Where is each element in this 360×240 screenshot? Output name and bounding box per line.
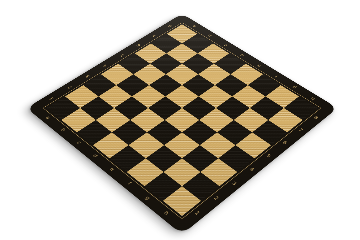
chess-board: abcdefgh abcdefgh 87654321 87654321	[26, 14, 337, 235]
photo-frame: abcdefgh abcdefgh 87654321 87654321	[0, 0, 360, 240]
squares	[46, 24, 318, 216]
